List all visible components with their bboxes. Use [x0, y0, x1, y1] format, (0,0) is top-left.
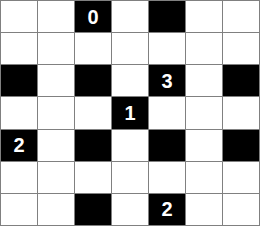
clue-cell-r4c0: 2	[1, 130, 37, 161]
empty-cell-r5c0[interactable]	[1, 162, 37, 193]
empty-cell-r3c4[interactable]	[149, 97, 185, 128]
empty-cell-r1c2[interactable]	[75, 33, 111, 64]
black-cell-r4c2	[75, 130, 111, 161]
puzzle-screenshot: 03122	[0, 0, 262, 229]
empty-cell-r3c2[interactable]	[75, 97, 111, 128]
clue-cell-r0c2: 0	[75, 1, 111, 32]
empty-cell-r5c4[interactable]	[149, 162, 185, 193]
empty-cell-r6c0[interactable]	[1, 194, 37, 225]
clue-cell-r6c4: 2	[149, 194, 185, 225]
empty-cell-r5c6[interactable]	[223, 162, 259, 193]
empty-cell-r3c0[interactable]	[1, 97, 37, 128]
empty-cell-r4c1[interactable]	[38, 130, 74, 161]
empty-cell-r1c3[interactable]	[112, 33, 148, 64]
clue-cell-r2c4: 3	[149, 65, 185, 96]
black-cell-r0c4	[149, 1, 185, 32]
black-cell-r2c6	[223, 65, 259, 96]
empty-cell-r0c3[interactable]	[112, 1, 148, 32]
empty-cell-r1c0[interactable]	[1, 33, 37, 64]
empty-cell-r0c6[interactable]	[223, 1, 259, 32]
empty-cell-r2c5[interactable]	[186, 65, 222, 96]
empty-cell-r3c5[interactable]	[186, 97, 222, 128]
puzzle-board: 03122	[0, 0, 260, 226]
black-cell-r2c0	[1, 65, 37, 96]
black-cell-r4c4	[149, 130, 185, 161]
empty-cell-r5c5[interactable]	[186, 162, 222, 193]
empty-cell-r0c0[interactable]	[1, 1, 37, 32]
empty-cell-r1c6[interactable]	[223, 33, 259, 64]
empty-cell-r5c2[interactable]	[75, 162, 111, 193]
empty-cell-r1c5[interactable]	[186, 33, 222, 64]
empty-cell-r6c6[interactable]	[223, 194, 259, 225]
empty-cell-r5c1[interactable]	[38, 162, 74, 193]
empty-cell-r6c3[interactable]	[112, 194, 148, 225]
empty-cell-r6c5[interactable]	[186, 194, 222, 225]
empty-cell-r1c4[interactable]	[149, 33, 185, 64]
empty-cell-r3c6[interactable]	[223, 97, 259, 128]
empty-cell-r1c1[interactable]	[38, 33, 74, 64]
empty-cell-r6c1[interactable]	[38, 194, 74, 225]
empty-cell-r4c5[interactable]	[186, 130, 222, 161]
black-cell-r6c2	[75, 194, 111, 225]
empty-cell-r2c1[interactable]	[38, 65, 74, 96]
empty-cell-r3c1[interactable]	[38, 97, 74, 128]
empty-cell-r0c1[interactable]	[38, 1, 74, 32]
black-cell-r4c6	[223, 130, 259, 161]
empty-cell-r4c3[interactable]	[112, 130, 148, 161]
empty-cell-r5c3[interactable]	[112, 162, 148, 193]
clue-cell-r3c3: 1	[112, 97, 148, 128]
black-cell-r2c2	[75, 65, 111, 96]
empty-cell-r0c5[interactable]	[186, 1, 222, 32]
empty-cell-r2c3[interactable]	[112, 65, 148, 96]
